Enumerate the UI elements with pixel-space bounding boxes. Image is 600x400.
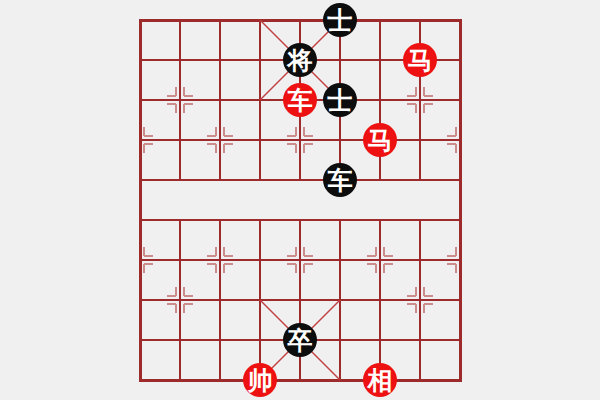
red-horse[interactable]: 马	[363, 123, 397, 157]
black-general[interactable]: 将	[283, 43, 317, 77]
piece-glyph: 帅	[248, 368, 273, 393]
red-horse[interactable]: 马	[403, 43, 437, 77]
black-chariot[interactable]: 车	[323, 163, 357, 197]
black-advisor[interactable]: 士	[323, 3, 357, 37]
black-advisor[interactable]: 士	[323, 83, 357, 117]
red-elephant[interactable]: 相	[363, 363, 397, 397]
xiangqi-screenshot: 士将马车士马车卒帅相	[0, 0, 600, 400]
piece-glyph: 马	[368, 128, 393, 153]
piece-glyph: 士	[328, 88, 353, 113]
piece-glyph: 卒	[288, 328, 313, 353]
piece-glyph: 马	[408, 48, 433, 73]
piece-glyph: 将	[288, 48, 313, 73]
red-chariot[interactable]: 车	[283, 83, 317, 117]
piece-glyph: 相	[368, 368, 393, 393]
piece-glyph: 士	[328, 8, 353, 33]
piece-glyph: 车	[328, 168, 353, 193]
pieces-grid: 士将马车士马车卒帅相	[120, 0, 480, 400]
black-soldier[interactable]: 卒	[283, 323, 317, 357]
piece-glyph: 车	[288, 88, 313, 113]
red-general[interactable]: 帅	[243, 363, 277, 397]
